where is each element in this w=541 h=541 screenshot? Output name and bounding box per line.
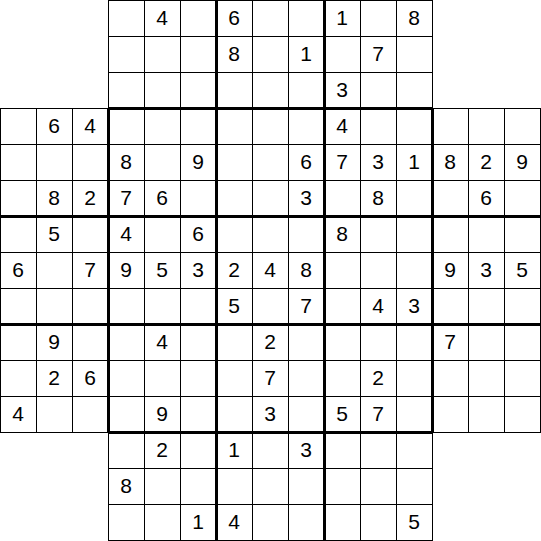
- cell-r10c2[interactable]: 6: [72, 360, 108, 396]
- cell-r2c5[interactable]: [180, 72, 216, 108]
- grid-line-h: [108, 504, 433, 505]
- cell-r1c6[interactable]: 8: [216, 36, 252, 72]
- cell-r5c12[interactable]: [432, 180, 468, 216]
- cell-r8c9[interactable]: [324, 288, 360, 324]
- cell-r0c9[interactable]: 1: [324, 0, 360, 36]
- cell-r10c13[interactable]: [468, 360, 504, 396]
- cell-r1c5[interactable]: [180, 36, 216, 72]
- grid-line-v: [180, 0, 181, 541]
- cell-r5c10[interactable]: 8: [360, 180, 396, 216]
- cell-r7c11[interactable]: [396, 252, 432, 288]
- cell-r13c4[interactable]: [144, 468, 180, 504]
- cell-r8c11[interactable]: 3: [396, 288, 432, 324]
- grid-line-h: [0, 360, 541, 361]
- cell-r6c14[interactable]: [504, 216, 540, 252]
- cell-r7c4[interactable]: 5: [144, 252, 180, 288]
- cell-r4c14[interactable]: 9: [504, 144, 540, 180]
- cell-r5c14[interactable]: [504, 180, 540, 216]
- cell-r11c13[interactable]: [468, 396, 504, 432]
- grid-line-h: [0, 432, 109, 433]
- cell-r5c7[interactable]: [252, 180, 288, 216]
- cell-r3c0[interactable]: [0, 108, 36, 144]
- grid-line-h: [108, 468, 433, 469]
- cell-r5c4[interactable]: 6: [144, 180, 180, 216]
- cell-r8c14[interactable]: [504, 288, 540, 324]
- cell-r4c1[interactable]: [36, 144, 72, 180]
- cell-r6c2[interactable]: [72, 216, 108, 252]
- cell-r13c9[interactable]: [324, 468, 360, 504]
- cell-r2c9[interactable]: 3: [324, 72, 360, 108]
- cell-r8c5[interactable]: [180, 288, 216, 324]
- grid-line-v: [360, 0, 361, 541]
- cell-r0c5[interactable]: [180, 0, 216, 36]
- cell-r5c0[interactable]: [0, 180, 36, 216]
- cell-r0c11[interactable]: 8: [396, 0, 432, 36]
- cell-r13c10[interactable]: [360, 468, 396, 504]
- cell-r5c3[interactable]: 7: [108, 180, 144, 216]
- cell-r1c9[interactable]: [324, 36, 360, 72]
- cell-r2c10[interactable]: [360, 72, 396, 108]
- grid-line-h: [0, 180, 541, 181]
- cell-r9c14[interactable]: [504, 324, 540, 360]
- cell-r11c12[interactable]: [432, 396, 468, 432]
- grid-line-v: [468, 108, 469, 433]
- grid-line-v: [107, 108, 110, 433]
- cell-r8c13[interactable]: [468, 288, 504, 324]
- cell-r2c6[interactable]: [216, 72, 252, 108]
- grid-line-v: [252, 0, 253, 541]
- cell-r14c11[interactable]: 5: [396, 504, 432, 540]
- cell-r11c4[interactable]: 9: [144, 396, 180, 432]
- cell-r6c12[interactable]: [432, 216, 468, 252]
- cell-r7c2[interactable]: 7: [72, 252, 108, 288]
- cell-r10c8[interactable]: [288, 360, 324, 396]
- cell-r7c13[interactable]: 3: [468, 252, 504, 288]
- grid-line-v: [432, 0, 433, 109]
- cell-r3c5[interactable]: [180, 108, 216, 144]
- cell-r12c9[interactable]: [324, 432, 360, 468]
- cell-r12c4[interactable]: 2: [144, 432, 180, 468]
- flower-sudoku-puzzle: 4618817364489673182982763865468679532489…: [0, 0, 541, 541]
- cell-r3c11[interactable]: [396, 108, 432, 144]
- cell-r14c7[interactable]: [252, 504, 288, 540]
- cell-r11c14[interactable]: [504, 396, 540, 432]
- cell-r14c4[interactable]: [144, 504, 180, 540]
- cell-r3c3[interactable]: [108, 108, 144, 144]
- cell-r14c10[interactable]: [360, 504, 396, 540]
- cell-r11c5[interactable]: [180, 396, 216, 432]
- cell-r6c10[interactable]: [360, 216, 396, 252]
- cell-r0c8[interactable]: [288, 0, 324, 36]
- cell-r7c1[interactable]: [36, 252, 72, 288]
- cell-r7c14[interactable]: 5: [504, 252, 540, 288]
- cell-r13c7[interactable]: [252, 468, 288, 504]
- cell-r11c2[interactable]: [72, 396, 108, 432]
- grid-line-h: [108, 72, 433, 73]
- cell-r7c9[interactable]: [324, 252, 360, 288]
- cell-r9c9[interactable]: [324, 324, 360, 360]
- grid-line-v: [432, 432, 433, 541]
- cell-r5c11[interactable]: [396, 180, 432, 216]
- cell-r6c0[interactable]: [0, 216, 36, 252]
- cell-r6c1[interactable]: 5: [36, 216, 72, 252]
- cell-r10c5[interactable]: [180, 360, 216, 396]
- cell-r11c10[interactable]: 7: [360, 396, 396, 432]
- cell-r7c10[interactable]: [360, 252, 396, 288]
- cell-r7c7[interactable]: 4: [252, 252, 288, 288]
- cell-r4c7[interactable]: [252, 144, 288, 180]
- cell-r12c11[interactable]: [396, 432, 432, 468]
- cell-r9c7[interactable]: 2: [252, 324, 288, 360]
- cell-r4c10[interactable]: 3: [360, 144, 396, 180]
- cell-r8c8[interactable]: 7: [288, 288, 324, 324]
- cell-r3c6[interactable]: [216, 108, 252, 144]
- cell-r1c8[interactable]: 1: [288, 36, 324, 72]
- cell-r10c0[interactable]: [0, 360, 36, 396]
- cell-r14c5[interactable]: 1: [180, 504, 216, 540]
- cell-r6c5[interactable]: 6: [180, 216, 216, 252]
- cell-r12c10[interactable]: [360, 432, 396, 468]
- cell-r4c3[interactable]: 8: [108, 144, 144, 180]
- grid-line-h: [108, 0, 433, 1]
- cell-r9c11[interactable]: [396, 324, 432, 360]
- cell-r5c2[interactable]: 2: [72, 180, 108, 216]
- cell-r2c4[interactable]: [144, 72, 180, 108]
- grid-line-h: [108, 36, 433, 37]
- cell-r0c4[interactable]: 4: [144, 0, 180, 36]
- cell-r6c9[interactable]: 8: [324, 216, 360, 252]
- sudoku-board: 4618817364489673182982763865468679532489…: [0, 0, 541, 541]
- cell-r4c6[interactable]: [216, 144, 252, 180]
- cell-r7c5[interactable]: 3: [180, 252, 216, 288]
- cell-r12c8[interactable]: 3: [288, 432, 324, 468]
- cell-r14c9[interactable]: [324, 504, 360, 540]
- cell-r11c11[interactable]: [396, 396, 432, 432]
- cell-r3c9[interactable]: 4: [324, 108, 360, 144]
- cell-r4c5[interactable]: 9: [180, 144, 216, 180]
- cell-r0c6[interactable]: 6: [216, 0, 252, 36]
- grid-line-v: [108, 432, 109, 541]
- cell-r8c0[interactable]: [0, 288, 36, 324]
- cell-r10c14[interactable]: [504, 360, 540, 396]
- cell-r7c8[interactable]: 8: [288, 252, 324, 288]
- grid-line-v: [396, 0, 397, 541]
- cell-r1c7[interactable]: [252, 36, 288, 72]
- cell-r13c8[interactable]: [288, 468, 324, 504]
- cell-r10c9[interactable]: [324, 360, 360, 396]
- cell-r11c1[interactable]: [36, 396, 72, 432]
- cell-r7c6[interactable]: 2: [216, 252, 252, 288]
- cell-r11c8[interactable]: [288, 396, 324, 432]
- cell-r8c1[interactable]: [36, 288, 72, 324]
- cell-r13c3[interactable]: 8: [108, 468, 144, 504]
- cell-r6c7[interactable]: [252, 216, 288, 252]
- cell-r4c4[interactable]: [144, 144, 180, 180]
- grid-line-v: [504, 108, 505, 433]
- cell-r11c7[interactable]: 3: [252, 396, 288, 432]
- cell-r10c3[interactable]: [108, 360, 144, 396]
- cell-r8c7[interactable]: [252, 288, 288, 324]
- cell-r12c3[interactable]: [108, 432, 144, 468]
- grid-line-h: [432, 432, 541, 433]
- cell-r4c12[interactable]: 8: [432, 144, 468, 180]
- cell-r9c10[interactable]: [360, 324, 396, 360]
- cell-r3c8[interactable]: [288, 108, 324, 144]
- cell-r3c14[interactable]: [504, 108, 540, 144]
- grid-line-h: [0, 144, 541, 145]
- cell-r4c8[interactable]: 6: [288, 144, 324, 180]
- cell-r9c0[interactable]: [0, 324, 36, 360]
- cell-r4c9[interactable]: 7: [324, 144, 360, 180]
- cell-r10c10[interactable]: 2: [360, 360, 396, 396]
- grid-line-h: [108, 107, 433, 110]
- cell-r6c8[interactable]: [288, 216, 324, 252]
- grid-line-h: [0, 252, 541, 253]
- cell-r10c4[interactable]: [144, 360, 180, 396]
- grid-line-v: [144, 0, 145, 541]
- cell-r9c3[interactable]: [108, 324, 144, 360]
- cell-r4c13[interactable]: 2: [468, 144, 504, 180]
- cell-r12c7[interactable]: [252, 432, 288, 468]
- grid-line-h: [432, 108, 541, 109]
- cell-r0c10[interactable]: [360, 0, 396, 36]
- grid-line-v: [108, 0, 109, 109]
- cell-r8c2[interactable]: [72, 288, 108, 324]
- grid-line-v: [0, 108, 1, 433]
- cell-r9c4[interactable]: 4: [144, 324, 180, 360]
- cell-r8c3[interactable]: [108, 288, 144, 324]
- cell-r0c3[interactable]: [108, 0, 144, 36]
- cell-r3c1[interactable]: 6: [36, 108, 72, 144]
- cell-r11c3[interactable]: [108, 396, 144, 432]
- grid-line-h: [0, 323, 541, 326]
- grid-line-h: [0, 215, 541, 218]
- cell-r5c5[interactable]: [180, 180, 216, 216]
- grid-line-h: [108, 431, 433, 434]
- cell-r11c6[interactable]: [216, 396, 252, 432]
- cell-r10c11[interactable]: [396, 360, 432, 396]
- cell-r10c7[interactable]: 7: [252, 360, 288, 396]
- grid-line-v: [431, 108, 434, 433]
- cell-r13c6[interactable]: [216, 468, 252, 504]
- cell-r4c0[interactable]: [0, 144, 36, 180]
- cell-r2c8[interactable]: [288, 72, 324, 108]
- grid-line-h: [0, 396, 541, 397]
- cell-r11c9[interactable]: 5: [324, 396, 360, 432]
- grid-line-v: [215, 0, 218, 541]
- cell-r4c2[interactable]: [72, 144, 108, 180]
- cell-r2c3[interactable]: [108, 72, 144, 108]
- cell-r1c10[interactable]: 7: [360, 36, 396, 72]
- cell-r2c11[interactable]: [396, 72, 432, 108]
- grid-line-v: [36, 108, 37, 433]
- cell-r13c5[interactable]: [180, 468, 216, 504]
- cell-r9c12[interactable]: 7: [432, 324, 468, 360]
- cell-r5c13[interactable]: 6: [468, 180, 504, 216]
- cell-r11c0[interactable]: 4: [0, 396, 36, 432]
- cell-r13c11[interactable]: [396, 468, 432, 504]
- cell-r6c3[interactable]: 4: [108, 216, 144, 252]
- cell-r9c13[interactable]: [468, 324, 504, 360]
- cell-r10c6[interactable]: [216, 360, 252, 396]
- cell-r3c7[interactable]: [252, 108, 288, 144]
- cell-r8c6[interactable]: 5: [216, 288, 252, 324]
- cell-r2c7[interactable]: [252, 72, 288, 108]
- cell-r6c11[interactable]: [396, 216, 432, 252]
- cell-r8c12[interactable]: [432, 288, 468, 324]
- cell-r3c4[interactable]: [144, 108, 180, 144]
- grid-line-h: [0, 288, 541, 289]
- grid-line-v: [323, 0, 326, 541]
- grid-line-v: [72, 108, 73, 433]
- cell-r14c3[interactable]: [108, 504, 144, 540]
- cell-r12c5[interactable]: [180, 432, 216, 468]
- cell-r5c8[interactable]: 3: [288, 180, 324, 216]
- cell-r14c6[interactable]: 4: [216, 504, 252, 540]
- cell-r6c6[interactable]: [216, 216, 252, 252]
- cell-r14c8[interactable]: [288, 504, 324, 540]
- cell-r3c2[interactable]: 4: [72, 108, 108, 144]
- cell-r1c4[interactable]: [144, 36, 180, 72]
- cell-r9c2[interactable]: [72, 324, 108, 360]
- cell-r3c10[interactable]: [360, 108, 396, 144]
- cell-r3c13[interactable]: [468, 108, 504, 144]
- cell-r5c9[interactable]: [324, 180, 360, 216]
- grid-line-v: [288, 0, 289, 541]
- cell-r9c5[interactable]: [180, 324, 216, 360]
- cell-r5c6[interactable]: [216, 180, 252, 216]
- cell-r6c13[interactable]: [468, 216, 504, 252]
- cell-r3c12[interactable]: [432, 108, 468, 144]
- cell-r4c11[interactable]: 1: [396, 144, 432, 180]
- cell-r1c3[interactable]: [108, 36, 144, 72]
- cell-r0c7[interactable]: [252, 0, 288, 36]
- cell-r10c12[interactable]: [432, 360, 468, 396]
- cell-r9c8[interactable]: [288, 324, 324, 360]
- cell-r12c6[interactable]: 1: [216, 432, 252, 468]
- cell-r1c11[interactable]: [396, 36, 432, 72]
- cell-r6c4[interactable]: [144, 216, 180, 252]
- cell-r7c3[interactable]: 9: [108, 252, 144, 288]
- cell-r9c6[interactable]: [216, 324, 252, 360]
- cell-r8c10[interactable]: 4: [360, 288, 396, 324]
- cell-r7c0[interactable]: 6: [0, 252, 36, 288]
- cell-r9c1[interactable]: 9: [36, 324, 72, 360]
- cell-r7c12[interactable]: 9: [432, 252, 468, 288]
- cell-r10c1[interactable]: 2: [36, 360, 72, 396]
- cell-r5c1[interactable]: 8: [36, 180, 72, 216]
- grid-line-h: [0, 108, 109, 109]
- cell-r8c4[interactable]: [144, 288, 180, 324]
